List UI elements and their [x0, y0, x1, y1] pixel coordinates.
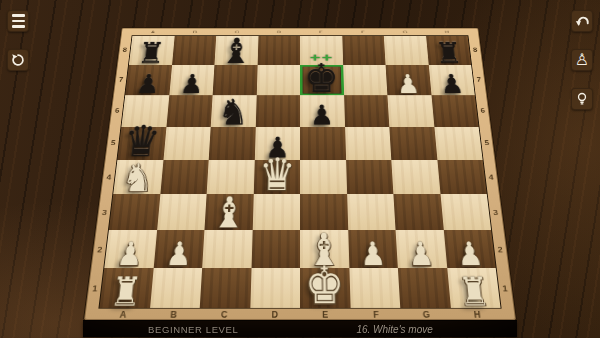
piece-black-pawn[interactable]: ♟: [310, 102, 334, 129]
square-g1[interactable]: [398, 268, 451, 308]
coordinate-label: 2: [97, 245, 103, 254]
coordinate-label: 8: [473, 46, 478, 53]
piece-black-bishop[interactable]: ♝: [220, 33, 252, 67]
square-e4[interactable]: [300, 160, 347, 194]
square-e6[interactable]: ♟: [300, 95, 345, 127]
square-g2[interactable]: ♟: [396, 230, 447, 268]
lightbulb-icon: [574, 91, 590, 107]
piece-black-king[interactable]: ♚: [304, 59, 339, 98]
square-g5[interactable]: [389, 127, 437, 160]
piece-white-king[interactable]: ♚: [305, 260, 345, 312]
square-h8[interactable]: ♜: [426, 36, 471, 65]
coordinate-label: 3: [102, 208, 108, 217]
square-h3[interactable]: [440, 194, 491, 230]
square-g6[interactable]: [387, 95, 434, 127]
square-f2[interactable]: ♟: [348, 230, 398, 268]
chess-app-screen: ♙ ABCDEFGH ABCDEFGH 87654321 87654321 ♜♝…: [0, 0, 600, 338]
file-labels-top: ABCDEFGH: [132, 29, 469, 35]
square-h4[interactable]: [437, 160, 487, 194]
square-f1[interactable]: [349, 268, 400, 308]
piece-white-pawn[interactable]: ♟: [456, 239, 485, 272]
square-f3[interactable]: [347, 194, 396, 230]
coordinate-label: 2: [497, 245, 503, 254]
square-a4[interactable]: ♞: [113, 160, 163, 194]
coordinate-label: C: [221, 309, 228, 319]
square-e5[interactable]: [300, 127, 346, 160]
undo-arrow-icon: [574, 13, 591, 30]
square-d8[interactable]: [257, 36, 300, 65]
piece-white-pawn[interactable]: ♟: [116, 239, 145, 272]
piece-black-pawn[interactable]: ♟: [179, 71, 204, 97]
square-b1[interactable]: [150, 268, 203, 308]
pawn-icon: ♙: [575, 52, 589, 68]
square-d6[interactable]: [255, 95, 300, 127]
square-g7[interactable]: ♟: [386, 65, 432, 95]
square-e7[interactable]: ♚: [300, 65, 344, 95]
piece-white-rook[interactable]: ♜: [109, 271, 144, 311]
coordinate-label: 1: [502, 284, 508, 294]
coordinate-label: D: [277, 30, 281, 34]
square-a8[interactable]: ♜: [129, 36, 174, 65]
square-d4[interactable]: ♛: [253, 160, 300, 194]
coordinate-label: 4: [488, 173, 494, 181]
square-f4[interactable]: [346, 160, 394, 194]
rotate-board-button[interactable]: [7, 49, 29, 71]
square-a1[interactable]: ♜: [99, 268, 153, 308]
square-c6[interactable]: ♞: [211, 95, 257, 127]
coordinate-label: 5: [484, 139, 489, 147]
piece-white-pawn[interactable]: ♟: [165, 239, 193, 272]
square-b4[interactable]: [160, 160, 209, 194]
piece-black-knight[interactable]: ♞: [217, 94, 249, 130]
rotate-icon: [10, 52, 26, 68]
piece-black-rook[interactable]: ♜: [434, 38, 463, 67]
square-b6[interactable]: [166, 95, 213, 127]
coordinate-label: 4: [106, 173, 112, 181]
square-d3[interactable]: [252, 194, 300, 230]
coordinate-label: G: [423, 309, 431, 319]
file-labels-bottom: ABCDEFGH: [97, 309, 503, 320]
coordinate-label: 3: [493, 208, 499, 217]
coordinate-label: E: [319, 30, 323, 34]
coordinate-label: H: [445, 30, 450, 34]
undo-button[interactable]: [571, 10, 593, 32]
square-a2[interactable]: ♟: [104, 230, 156, 268]
piece-black-pawn[interactable]: ♟: [135, 71, 161, 97]
square-h5[interactable]: [434, 127, 483, 160]
square-e1[interactable]: ♚: [300, 268, 350, 308]
square-c3[interactable]: ♝: [204, 194, 253, 230]
square-h7[interactable]: ♟: [428, 65, 474, 95]
square-b8[interactable]: [172, 36, 217, 65]
square-f8[interactable]: [342, 36, 386, 65]
menu-button[interactable]: [7, 10, 29, 32]
move-status: 16. White's move: [356, 323, 432, 334]
coordinate-label: 6: [480, 107, 485, 115]
square-a3[interactable]: [109, 194, 160, 230]
coordinate-label: 8: [122, 46, 127, 53]
coordinate-label: D: [271, 309, 278, 319]
board-front-bar: BEGINNER LEVEL 16. White's move: [83, 320, 517, 337]
piece-white-rook[interactable]: ♜: [456, 271, 491, 311]
opponent-mode-button[interactable]: ♙: [571, 49, 593, 71]
square-h6[interactable]: [431, 95, 479, 127]
square-g3[interactable]: [393, 194, 443, 230]
chess-board: ABCDEFGH ABCDEFGH 87654321 87654321 ♜♝♜♟…: [84, 28, 516, 320]
square-b2[interactable]: ♟: [153, 230, 204, 268]
square-c2[interactable]: [202, 230, 252, 268]
square-c1[interactable]: [200, 268, 251, 308]
piece-black-rook[interactable]: ♜: [137, 38, 166, 67]
square-f5[interactable]: [345, 127, 392, 160]
square-g4[interactable]: [391, 160, 440, 194]
square-g8[interactable]: [384, 36, 429, 65]
piece-white-pawn[interactable]: ♟: [407, 239, 435, 272]
coordinate-label: 7: [119, 76, 124, 83]
coordinate-label: F: [361, 30, 365, 34]
level-label: BEGINNER LEVEL: [148, 323, 238, 334]
square-b7[interactable]: ♟: [169, 65, 215, 95]
coordinate-label: 1: [92, 284, 98, 294]
square-d1[interactable]: [250, 268, 300, 308]
square-a7[interactable]: ♟: [125, 65, 171, 95]
coordinate-label: F: [373, 309, 379, 319]
coordinate-label: B: [193, 30, 197, 34]
board-frame: ABCDEFGH ABCDEFGH 87654321 87654321 ♜♝♜♟…: [84, 28, 516, 320]
hint-button[interactable]: [571, 88, 593, 110]
piece-white-pawn[interactable]: ♟: [359, 239, 386, 272]
piece-white-queen[interactable]: ♛: [258, 153, 295, 198]
hamburger-icon: [12, 14, 25, 27]
board-grid: ♜♝♜♟♟♚♟♟♞♟♛♟♞♛♝♟♟♝♟♟♟♜♚♜: [98, 35, 501, 308]
square-d7[interactable]: [256, 65, 300, 95]
coordinate-label: 5: [110, 139, 115, 147]
coordinate-label: G: [403, 30, 408, 34]
square-h1[interactable]: ♜: [447, 268, 501, 308]
square-c5[interactable]: [209, 127, 256, 160]
square-b3[interactable]: [157, 194, 207, 230]
square-f7[interactable]: [343, 65, 388, 95]
coordinate-label: 6: [115, 107, 120, 115]
square-c8[interactable]: ♝: [214, 36, 258, 65]
piece-white-knight[interactable]: ♞: [120, 159, 156, 198]
square-d2[interactable]: [251, 230, 300, 268]
piece-white-bishop[interactable]: ♝: [211, 191, 247, 234]
piece-white-pawn[interactable]: ♟: [396, 71, 421, 97]
square-c7[interactable]: [213, 65, 258, 95]
coordinate-label: B: [170, 309, 177, 319]
coordinate-label: 7: [476, 76, 481, 83]
square-f6[interactable]: [344, 95, 390, 127]
square-h2[interactable]: ♟: [443, 230, 495, 268]
piece-black-pawn[interactable]: ♟: [439, 71, 465, 97]
coordinate-label: A: [151, 30, 156, 34]
square-b5[interactable]: [163, 127, 211, 160]
